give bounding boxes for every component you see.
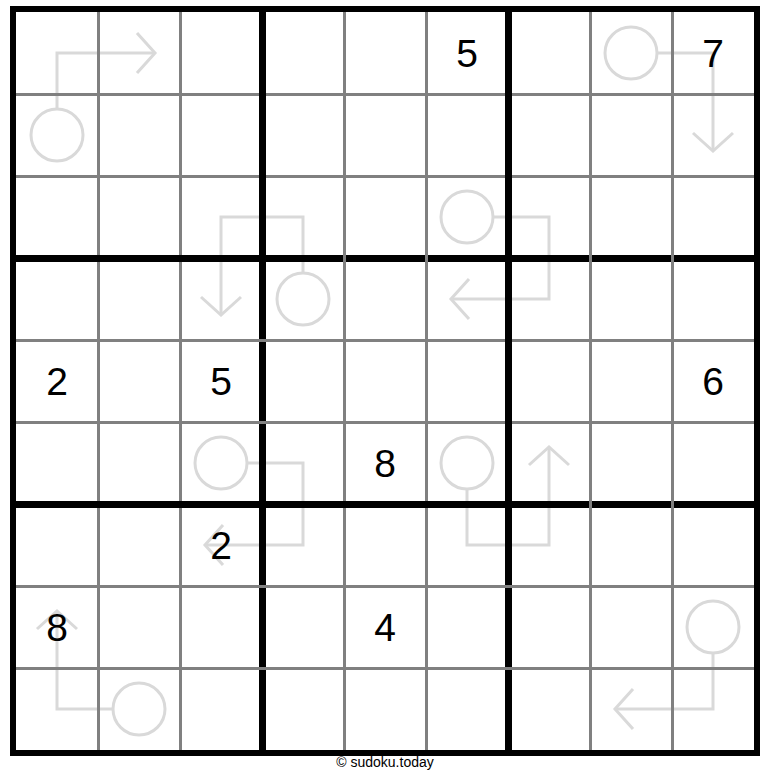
cell-r5c5[interactable] (344, 340, 426, 422)
cell-r5c2[interactable] (98, 340, 180, 422)
cell-r9c6[interactable] (426, 668, 508, 750)
cell-r2c3[interactable] (180, 94, 262, 176)
cell-r2c7[interactable] (508, 94, 590, 176)
cell-r6c3[interactable] (180, 422, 262, 504)
cell-r2c6[interactable] (426, 94, 508, 176)
cell-r7c5[interactable] (344, 504, 426, 586)
cell-r8c3[interactable] (180, 586, 262, 668)
cell-r3c9[interactable] (672, 176, 754, 258)
cell-r8c8[interactable] (590, 586, 672, 668)
cell-r9c9[interactable] (672, 668, 754, 750)
cell-r4c6[interactable] (426, 258, 508, 340)
cell-r3c2[interactable] (98, 176, 180, 258)
cell-r1c3[interactable] (180, 12, 262, 94)
cell-r8c6[interactable] (426, 586, 508, 668)
cell-r5c8[interactable] (590, 340, 672, 422)
cell-r3c3[interactable] (180, 176, 262, 258)
cell-r3c6[interactable] (426, 176, 508, 258)
cell-r9c7[interactable] (508, 668, 590, 750)
cell-r7c2[interactable] (98, 504, 180, 586)
cell-r7c8[interactable] (590, 504, 672, 586)
cell-r2c5[interactable] (344, 94, 426, 176)
cell-r9c8[interactable] (590, 668, 672, 750)
cell-r6c2[interactable] (98, 422, 180, 504)
cell-r4c8[interactable] (590, 258, 672, 340)
cell-r7c1[interactable] (16, 504, 98, 586)
cell-r8c9[interactable] (672, 586, 754, 668)
cell-r1c1[interactable] (16, 12, 98, 94)
cell-r4c5[interactable] (344, 258, 426, 340)
cell-r1c9[interactable]: 7 (672, 12, 754, 94)
cell-r8c1[interactable]: 8 (16, 586, 98, 668)
cell-r2c9[interactable] (672, 94, 754, 176)
cell-r2c2[interactable] (98, 94, 180, 176)
cell-r7c4[interactable] (262, 504, 344, 586)
sudoku-board: 572568284 (10, 6, 760, 756)
cell-r5c9[interactable]: 6 (672, 340, 754, 422)
cell-r9c2[interactable] (98, 668, 180, 750)
cell-r8c4[interactable] (262, 586, 344, 668)
cell-r1c8[interactable] (590, 12, 672, 94)
cell-r9c5[interactable] (344, 668, 426, 750)
cell-r3c1[interactable] (16, 176, 98, 258)
cell-r7c3[interactable]: 2 (180, 504, 262, 586)
cell-r8c5[interactable]: 4 (344, 586, 426, 668)
cell-r6c9[interactable] (672, 422, 754, 504)
cell-r4c9[interactable] (672, 258, 754, 340)
cell-r5c6[interactable] (426, 340, 508, 422)
cell-r5c4[interactable] (262, 340, 344, 422)
cell-r1c6[interactable]: 5 (426, 12, 508, 94)
cell-r2c4[interactable] (262, 94, 344, 176)
cell-r2c1[interactable] (16, 94, 98, 176)
cell-r9c1[interactable] (16, 668, 98, 750)
cell-r8c2[interactable] (98, 586, 180, 668)
cell-r5c1[interactable]: 2 (16, 340, 98, 422)
cell-r6c6[interactable] (426, 422, 508, 504)
cell-r3c7[interactable] (508, 176, 590, 258)
arrow-sudoku-page: 572568284 © sudoku.today (0, 0, 767, 777)
cell-r4c2[interactable] (98, 258, 180, 340)
cell-r4c7[interactable] (508, 258, 590, 340)
cell-r2c8[interactable] (590, 94, 672, 176)
cell-r3c4[interactable] (262, 176, 344, 258)
cell-r6c7[interactable] (508, 422, 590, 504)
cell-r1c4[interactable] (262, 12, 344, 94)
cell-r3c5[interactable] (344, 176, 426, 258)
cell-r6c1[interactable] (16, 422, 98, 504)
cell-r4c1[interactable] (16, 258, 98, 340)
cell-r7c7[interactable] (508, 504, 590, 586)
cell-r1c7[interactable] (508, 12, 590, 94)
cell-r4c3[interactable] (180, 258, 262, 340)
cell-r5c3[interactable]: 5 (180, 340, 262, 422)
cell-r9c4[interactable] (262, 668, 344, 750)
sudoku-cells: 572568284 (16, 12, 754, 750)
cell-r1c2[interactable] (98, 12, 180, 94)
copyright-text: © sudoku.today (10, 754, 760, 770)
cell-r3c8[interactable] (590, 176, 672, 258)
cell-r8c7[interactable] (508, 586, 590, 668)
cell-r7c6[interactable] (426, 504, 508, 586)
cell-r7c9[interactable] (672, 504, 754, 586)
cell-r9c3[interactable] (180, 668, 262, 750)
cell-r5c7[interactable] (508, 340, 590, 422)
cell-r1c5[interactable] (344, 12, 426, 94)
cell-r6c5[interactable]: 8 (344, 422, 426, 504)
cell-r6c8[interactable] (590, 422, 672, 504)
cell-r6c4[interactable] (262, 422, 344, 504)
cell-r4c4[interactable] (262, 258, 344, 340)
